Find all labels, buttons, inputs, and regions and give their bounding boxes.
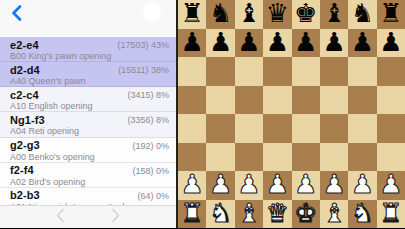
- square-h2[interactable]: ♟: [377, 171, 405, 200]
- square-d3[interactable]: [263, 143, 291, 172]
- square-f5[interactable]: [320, 86, 348, 115]
- square-f7[interactable]: ♟: [320, 29, 348, 58]
- move-stats: (3356) 8%: [127, 115, 169, 125]
- square-g1[interactable]: ♞: [348, 200, 376, 229]
- black-pawn: ♟: [294, 29, 317, 55]
- square-c8[interactable]: ♝: [235, 0, 263, 29]
- square-e8[interactable]: ♚: [292, 0, 320, 29]
- square-g8[interactable]: ♞: [348, 0, 376, 29]
- opening-name: A00 Benko's opening: [10, 152, 95, 162]
- black-king: ♚: [294, 0, 317, 26]
- white-queen: ♛: [266, 200, 289, 226]
- square-e5[interactable]: [292, 86, 320, 115]
- square-g7[interactable]: ♟: [348, 29, 376, 58]
- chess-opening-explorer-screen: e2-e4(17503) 43%B00 King's pawn openingd…: [0, 0, 405, 228]
- opening-name: A10 English opening: [10, 101, 93, 111]
- square-d6[interactable]: [263, 57, 291, 86]
- square-d7[interactable]: ♟: [263, 29, 291, 58]
- move-stats: (3415) 8%: [127, 90, 169, 100]
- square-b2[interactable]: ♟: [206, 171, 234, 200]
- white-pawn: ♟: [266, 171, 289, 197]
- move-row[interactable]: g2-g3(192) 0%A00 Benko's opening: [0, 138, 176, 163]
- square-c7[interactable]: ♟: [235, 29, 263, 58]
- navigation-bar: [0, 0, 176, 37]
- move-label: e2-e4: [10, 39, 39, 51]
- move-label: f2-f4: [10, 164, 34, 176]
- square-e6[interactable]: [292, 57, 320, 86]
- square-h3[interactable]: [377, 143, 405, 172]
- move-label: Ng1-f3: [10, 114, 45, 126]
- move-row[interactable]: d2-d4(15511) 38%A40 Queen's pawn: [0, 62, 176, 87]
- back-button[interactable]: [8, 5, 24, 25]
- white-circle-indicator: [143, 3, 161, 21]
- square-f8[interactable]: ♝: [320, 0, 348, 29]
- square-a8[interactable]: ♜: [178, 0, 206, 29]
- move-label: g2-g3: [10, 139, 40, 151]
- square-g4[interactable]: [348, 114, 376, 143]
- square-e2[interactable]: ♟: [292, 171, 320, 200]
- white-pawn: ♟: [209, 171, 232, 197]
- square-h4[interactable]: [377, 114, 405, 143]
- square-h1[interactable]: ♜: [377, 200, 405, 229]
- square-f2[interactable]: ♟: [320, 171, 348, 200]
- white-pawn: ♟: [351, 171, 374, 197]
- black-pawn: ♟: [237, 29, 260, 55]
- move-stats: (158) 0%: [132, 166, 169, 176]
- square-f1[interactable]: ♝: [320, 200, 348, 229]
- square-e7[interactable]: ♟: [292, 29, 320, 58]
- square-g6[interactable]: [348, 57, 376, 86]
- move-row[interactable]: c2-c4(3415) 8%A10 English opening: [0, 87, 176, 112]
- move-list: e2-e4(17503) 43%B00 King's pawn openingd…: [0, 37, 176, 228]
- square-c1[interactable]: ♝: [235, 200, 263, 229]
- square-f3[interactable]: [320, 143, 348, 172]
- square-d2[interactable]: ♟: [263, 171, 291, 200]
- black-pawn: ♟: [351, 29, 374, 55]
- white-king: ♚: [294, 200, 317, 226]
- white-knight: ♞: [351, 200, 374, 226]
- square-c3[interactable]: [235, 143, 263, 172]
- chevron-left-icon: [56, 208, 65, 227]
- square-b6[interactable]: [206, 57, 234, 86]
- square-g2[interactable]: ♟: [348, 171, 376, 200]
- move-stats: (64) 0%: [137, 191, 169, 201]
- black-queen: ♛: [266, 0, 289, 26]
- bottom-toolbar: [0, 205, 176, 228]
- move-label: b2-b3: [10, 189, 40, 201]
- square-h8[interactable]: ♜: [377, 0, 405, 29]
- white-bishop: ♝: [322, 200, 345, 226]
- square-d4[interactable]: [263, 114, 291, 143]
- black-pawn: ♟: [209, 29, 232, 55]
- white-pawn: ♟: [181, 171, 204, 197]
- square-f6[interactable]: [320, 57, 348, 86]
- black-knight: ♞: [209, 0, 232, 26]
- previous-move-button[interactable]: [52, 209, 68, 226]
- white-knight: ♞: [209, 200, 232, 226]
- chess-board: ♜♞♝♛♚♝♞♜♟♟♟♟♟♟♟♟♟♟♟♟♟♟♟♟♜♞♝♛♚♝♞♜: [178, 0, 405, 228]
- square-a5[interactable]: [178, 86, 206, 115]
- white-pawn: ♟: [294, 171, 317, 197]
- move-label: d2-d4: [10, 64, 40, 76]
- square-d5[interactable]: [263, 86, 291, 115]
- black-knight: ♞: [351, 0, 374, 26]
- square-b1[interactable]: ♞: [206, 200, 234, 229]
- square-a6[interactable]: [178, 57, 206, 86]
- square-d1[interactable]: ♛: [263, 200, 291, 229]
- move-stats: (192) 0%: [132, 141, 169, 151]
- square-a7[interactable]: ♟: [178, 29, 206, 58]
- chevron-left-icon: [11, 5, 22, 25]
- move-stats: (17503) 43%: [117, 40, 169, 50]
- square-a3[interactable]: [178, 143, 206, 172]
- square-e4[interactable]: [292, 114, 320, 143]
- square-c6[interactable]: [235, 57, 263, 86]
- black-bishop: ♝: [237, 0, 260, 26]
- white-rook: ♜: [181, 200, 204, 226]
- white-bishop: ♝: [237, 200, 260, 226]
- black-rook: ♜: [181, 0, 204, 26]
- black-pawn: ♟: [181, 29, 204, 55]
- opening-name: A40 Queen's pawn: [10, 76, 86, 86]
- opening-name: A02 Bird's opening: [10, 177, 85, 187]
- square-b3[interactable]: [206, 143, 234, 172]
- move-row[interactable]: e2-e4(17503) 43%B00 King's pawn opening: [0, 37, 176, 62]
- opening-name: A04 Reti opening: [10, 126, 79, 136]
- opening-explorer-panel: e2-e4(17503) 43%B00 King's pawn openingd…: [0, 0, 176, 228]
- black-pawn: ♟: [266, 29, 289, 55]
- square-f4[interactable]: [320, 114, 348, 143]
- square-g3[interactable]: [348, 143, 376, 172]
- square-h5[interactable]: [377, 86, 405, 115]
- move-label: c2-c4: [10, 89, 39, 101]
- square-a1[interactable]: ♜: [178, 200, 206, 229]
- square-h6[interactable]: [377, 57, 405, 86]
- white-rook: ♜: [379, 200, 402, 226]
- chevron-right-icon: [111, 208, 120, 227]
- white-pawn: ♟: [322, 171, 345, 197]
- square-e1[interactable]: ♚: [292, 200, 320, 229]
- square-d8[interactable]: ♛: [263, 0, 291, 29]
- square-c2[interactable]: ♟: [235, 171, 263, 200]
- square-b8[interactable]: ♞: [206, 0, 234, 29]
- square-c5[interactable]: [235, 86, 263, 115]
- black-pawn: ♟: [322, 29, 345, 55]
- square-h7[interactable]: ♟: [377, 29, 405, 58]
- move-stats: (15511) 38%: [118, 65, 169, 75]
- square-g5[interactable]: [348, 86, 376, 115]
- square-b5[interactable]: [206, 86, 234, 115]
- black-bishop: ♝: [322, 0, 345, 26]
- square-e3[interactable]: [292, 143, 320, 172]
- black-pawn: ♟: [379, 29, 402, 55]
- black-rook: ♜: [379, 0, 402, 26]
- square-b7[interactable]: ♟: [206, 29, 234, 58]
- white-pawn: ♟: [237, 171, 260, 197]
- white-pawn: ♟: [379, 171, 402, 197]
- square-c4[interactable]: [235, 114, 263, 143]
- opening-name: B00 King's pawn opening: [10, 51, 111, 61]
- square-a4[interactable]: [178, 114, 206, 143]
- square-a2[interactable]: ♟: [178, 171, 206, 200]
- move-row[interactable]: Ng1-f3(3356) 8%A04 Reti opening: [0, 112, 176, 137]
- move-row[interactable]: f2-f4(158) 0%A02 Bird's opening: [0, 163, 176, 188]
- next-move-button[interactable]: [107, 209, 123, 226]
- square-b4[interactable]: [206, 114, 234, 143]
